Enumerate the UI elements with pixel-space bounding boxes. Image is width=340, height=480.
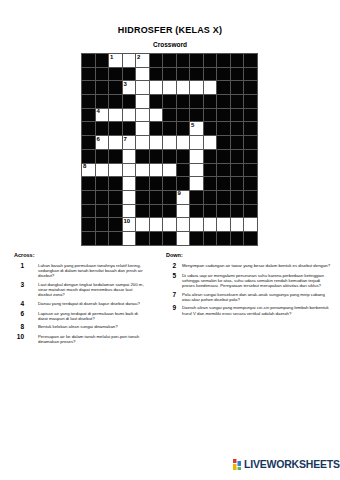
black-cell: [231, 54, 244, 67]
black-cell: [163, 122, 176, 135]
black-cell: [217, 95, 230, 108]
black-cell: [82, 150, 95, 163]
black-cell: [136, 191, 149, 204]
clue-across-10: 10Peresapan air ke dalam tanah melalui p…: [14, 334, 144, 344]
black-cell: [190, 54, 203, 67]
grid-clue-number: 3: [124, 81, 127, 88]
black-cell: [231, 68, 244, 81]
black-cell: [177, 109, 190, 122]
black-cell: [150, 177, 163, 190]
black-cell: [163, 205, 176, 218]
black-cell: [177, 68, 190, 81]
black-cell: [82, 205, 95, 218]
black-cell: [231, 95, 244, 108]
black-cell: [96, 232, 109, 245]
clue-text: Daerah aliran sungai yang mempunyai ciri…: [182, 305, 332, 315]
white-cell[interactable]: 3: [123, 81, 136, 94]
white-cell[interactable]: [136, 68, 149, 81]
black-cell: [190, 232, 203, 245]
page-title: HIDROSFER (KELAS X): [0, 25, 340, 35]
black-cell: [82, 109, 95, 122]
liveworksheets-logo-icon: [233, 459, 242, 470]
black-cell: [190, 109, 203, 122]
black-cell: [231, 205, 244, 218]
grid-clue-number: 7: [124, 136, 127, 143]
black-cell: [231, 136, 244, 149]
clue-across-6: 6Lapisan air yang terdapat di permukaan …: [14, 311, 144, 321]
black-cell: [244, 164, 257, 177]
grid-clue-number: 5: [191, 122, 194, 129]
black-cell: [82, 122, 95, 135]
black-cell: [217, 54, 230, 67]
white-cell[interactable]: [136, 109, 149, 122]
black-cell: [163, 177, 176, 190]
black-cell: [190, 205, 203, 218]
white-cell[interactable]: [123, 177, 136, 190]
black-cell: [231, 177, 244, 190]
grid-clue-number: 1: [110, 54, 113, 61]
black-cell: [217, 68, 230, 81]
black-cell: [231, 164, 244, 177]
black-cell: [96, 177, 109, 190]
clue-number: 7: [166, 292, 176, 302]
white-cell[interactable]: [123, 232, 136, 245]
white-cell[interactable]: [136, 164, 149, 177]
white-cell[interactable]: [136, 81, 149, 94]
white-cell[interactable]: [136, 122, 149, 135]
white-cell[interactable]: [150, 109, 163, 122]
black-cell: [231, 81, 244, 94]
black-cell: [123, 95, 136, 108]
black-cell: [150, 232, 163, 245]
clue-text: Lahan basah yang permukaan tanahnya rela…: [38, 263, 144, 278]
black-cell: [82, 68, 95, 81]
liveworksheets-watermark: LIVEWORKSHEETS: [233, 458, 340, 470]
black-cell: [204, 205, 217, 218]
black-cell: [217, 191, 230, 204]
clue-down-9: 9Daerah aliran sungai yang mempunyai cir…: [166, 305, 332, 315]
white-cell[interactable]: [109, 109, 122, 122]
black-cell: [82, 81, 95, 94]
black-cell: [82, 136, 95, 149]
black-cell: [244, 68, 257, 81]
grid-clue-number: 10: [124, 218, 131, 225]
down-clue-list: 2Menyimpan cadangan air tawar yang besar…: [166, 263, 332, 316]
clue-across-3: 3Laut dangkal dengan tingkat kedalaman s…: [14, 282, 144, 297]
black-cell: [82, 54, 95, 67]
white-cell[interactable]: [163, 81, 176, 94]
clue-text: Bentuk kelokan aliran sungai dinamakan?: [38, 324, 144, 331]
black-cell: [109, 218, 122, 231]
black-cell: [109, 232, 122, 245]
clue-text: Di udara uap air mengalami penurunan suh…: [182, 273, 332, 288]
black-cell: [217, 136, 230, 149]
black-cell: [96, 205, 109, 218]
black-cell: [204, 177, 217, 190]
black-cell: [82, 218, 95, 231]
black-cell: [96, 150, 109, 163]
clue-down-7: 7Pola aliran sungai konsekuen dan anak-a…: [166, 292, 332, 302]
white-cell[interactable]: [109, 136, 122, 149]
black-cell: [123, 68, 136, 81]
black-cell: [177, 54, 190, 67]
black-cell: [244, 95, 257, 108]
black-cell: [177, 150, 190, 163]
white-cell[interactable]: [136, 95, 149, 108]
clue-number: 2: [166, 263, 176, 270]
grid-clue-number: 6: [97, 136, 100, 143]
black-cell: [190, 68, 203, 81]
black-cell: [136, 177, 149, 190]
black-cell: [96, 95, 109, 108]
white-cell[interactable]: [163, 136, 176, 149]
black-cell: [136, 150, 149, 163]
white-cell[interactable]: 4: [96, 109, 109, 122]
black-cell: [217, 177, 230, 190]
black-cell: [163, 150, 176, 163]
black-cell: [204, 109, 217, 122]
black-cell: [96, 68, 109, 81]
white-cell[interactable]: [123, 54, 136, 67]
black-cell: [163, 95, 176, 108]
black-cell: [177, 122, 190, 135]
white-cell[interactable]: [123, 205, 136, 218]
white-cell[interactable]: [136, 218, 149, 231]
white-cell[interactable]: 1: [109, 54, 122, 67]
worksheet-page: { "game": "crossword", "position": "##..…: [0, 0, 340, 480]
black-cell: [150, 95, 163, 108]
white-cell[interactable]: [190, 177, 203, 190]
black-cell: [204, 68, 217, 81]
black-cell: [231, 109, 244, 122]
clue-number: 6: [14, 311, 24, 321]
black-cell: [217, 205, 230, 218]
black-cell: [109, 205, 122, 218]
clue-text: Lapisan air yang terdapat di permukaan b…: [38, 311, 144, 321]
black-cell: [244, 109, 257, 122]
black-cell: [204, 95, 217, 108]
black-cell: [244, 205, 257, 218]
black-cell: [204, 122, 217, 135]
black-cell: [109, 191, 122, 204]
across-clue-list: 1Lahan basah yang permukaan tanahnya rel…: [14, 263, 144, 344]
white-cell[interactable]: [150, 81, 163, 94]
white-cell[interactable]: [150, 164, 163, 177]
clue-text: Laut dangkal dengan tingkat kedalaman sa…: [38, 282, 144, 297]
black-cell: [204, 150, 217, 163]
black-cell: [150, 191, 163, 204]
clue-down-5: 5Di udara uap air mengalami penurunan su…: [166, 273, 332, 288]
black-cell: [244, 232, 257, 245]
white-cell[interactable]: [244, 218, 257, 231]
white-cell[interactable]: 7: [123, 136, 136, 149]
white-cell[interactable]: 5: [190, 122, 203, 135]
clue-across-4: 4Danau yang terdapat di daerah kapur dis…: [14, 301, 144, 308]
white-cell[interactable]: [123, 150, 136, 163]
clue-number: 8: [14, 324, 24, 331]
black-cell: [163, 232, 176, 245]
black-cell: [109, 122, 122, 135]
black-cell: [244, 136, 257, 149]
black-cell: [163, 109, 176, 122]
clue-number: 9: [166, 305, 176, 315]
black-cell: [150, 150, 163, 163]
black-cell: [82, 191, 95, 204]
white-cell[interactable]: [231, 218, 244, 231]
black-cell: [231, 150, 244, 163]
white-cell[interactable]: [96, 164, 109, 177]
black-cell: [204, 191, 217, 204]
white-cell[interactable]: [177, 232, 190, 245]
white-cell[interactable]: 2: [136, 54, 149, 67]
black-cell: [217, 164, 230, 177]
black-cell: [109, 150, 122, 163]
black-cell: [204, 54, 217, 67]
black-cell: [150, 122, 163, 135]
black-cell: [82, 95, 95, 108]
grid-clue-number: 2: [137, 54, 140, 61]
white-cell[interactable]: [204, 218, 217, 231]
white-cell[interactable]: 6: [96, 136, 109, 149]
white-cell[interactable]: 9: [177, 191, 190, 204]
white-cell[interactable]: [217, 218, 230, 231]
black-cell: [177, 177, 190, 190]
across-section: Across: 1Lahan basah yang permukaan tana…: [14, 252, 144, 348]
black-cell: [231, 122, 244, 135]
black-cell: [177, 164, 190, 177]
white-cell[interactable]: [177, 205, 190, 218]
black-cell: [244, 54, 257, 67]
black-cell: [217, 122, 230, 135]
clue-number: 5: [166, 273, 176, 288]
black-cell: [163, 68, 176, 81]
clue-text: Danau yang terdapat di daerah kapur dise…: [38, 301, 144, 308]
white-cell[interactable]: [190, 218, 203, 231]
white-cell[interactable]: [123, 109, 136, 122]
white-cell[interactable]: [204, 136, 217, 149]
white-cell[interactable]: [177, 81, 190, 94]
clue-number: 4: [14, 301, 24, 308]
black-cell: [150, 205, 163, 218]
clue-number: 1: [14, 263, 24, 278]
black-cell: [231, 191, 244, 204]
black-cell: [136, 205, 149, 218]
black-cell: [82, 177, 95, 190]
black-cell: [244, 81, 257, 94]
white-cell[interactable]: [123, 191, 136, 204]
white-cell[interactable]: [177, 218, 190, 231]
white-cell[interactable]: [150, 136, 163, 149]
clue-across-1: 1Lahan basah yang permukaan tanahnya rel…: [14, 263, 144, 278]
black-cell: [96, 218, 109, 231]
black-cell: [231, 232, 244, 245]
black-cell: [244, 177, 257, 190]
black-cell: [109, 95, 122, 108]
white-cell[interactable]: [123, 164, 136, 177]
clue-down-2: 2Menyimpan cadangan air tawar yang besar…: [166, 263, 332, 270]
white-cell[interactable]: [190, 136, 203, 149]
white-cell[interactable]: [150, 218, 163, 231]
black-cell: [217, 109, 230, 122]
white-cell[interactable]: [190, 150, 203, 163]
white-cell[interactable]: [136, 136, 149, 149]
black-cell: [244, 122, 257, 135]
black-cell: [204, 232, 217, 245]
clue-number: 3: [14, 282, 24, 297]
white-cell[interactable]: [163, 164, 176, 177]
white-cell[interactable]: [163, 218, 176, 231]
down-heading: Down:: [166, 252, 332, 258]
black-cell: [190, 191, 203, 204]
black-cell: [244, 191, 257, 204]
black-cell: [217, 232, 230, 245]
black-cell: [109, 177, 122, 190]
white-cell[interactable]: [109, 164, 122, 177]
black-cell: [190, 95, 203, 108]
clue-across-8: 8Bentuk kelokan aliran sungai dinamakan?: [14, 324, 144, 331]
crossword-grid: 12345678910: [81, 53, 258, 246]
black-cell: [217, 150, 230, 163]
grid-clue-number: 8: [83, 163, 86, 170]
clue-text: Peresapan air ke dalam tanah melalui por…: [38, 334, 144, 344]
black-cell: [217, 81, 230, 94]
grid-clue-number: 4: [97, 108, 100, 115]
black-cell: [96, 54, 109, 67]
black-cell: [244, 150, 257, 163]
clue-number: 10: [14, 334, 24, 344]
black-cell: [123, 122, 136, 135]
across-heading: Across:: [14, 252, 144, 258]
white-cell[interactable]: 10: [123, 218, 136, 231]
black-cell: [177, 95, 190, 108]
white-cell[interactable]: [204, 81, 217, 94]
liveworksheets-text: LIVEWORKSHEETS: [244, 458, 340, 470]
black-cell: [96, 191, 109, 204]
black-cell: [82, 232, 95, 245]
black-cell: [150, 68, 163, 81]
white-cell[interactable]: [190, 164, 203, 177]
white-cell[interactable]: [190, 81, 203, 94]
black-cell: [96, 122, 109, 135]
black-cell: [109, 68, 122, 81]
black-cell: [109, 81, 122, 94]
black-cell: [96, 81, 109, 94]
white-cell[interactable]: 8: [82, 164, 95, 177]
page-subtitle: Crossword: [0, 41, 340, 48]
black-cell: [204, 164, 217, 177]
clue-text: Pola aliran sungai konsekuen dan anak-an…: [182, 292, 332, 302]
black-cell: [163, 54, 176, 67]
black-cell: [163, 191, 176, 204]
clue-text: Menyimpan cadangan air tawar yang besar …: [182, 263, 332, 270]
white-cell[interactable]: [177, 136, 190, 149]
down-section: Down: 2Menyimpan cadangan air tawar yang…: [166, 252, 332, 319]
black-cell: [136, 232, 149, 245]
grid-clue-number: 9: [178, 190, 181, 197]
black-cell: [150, 54, 163, 67]
